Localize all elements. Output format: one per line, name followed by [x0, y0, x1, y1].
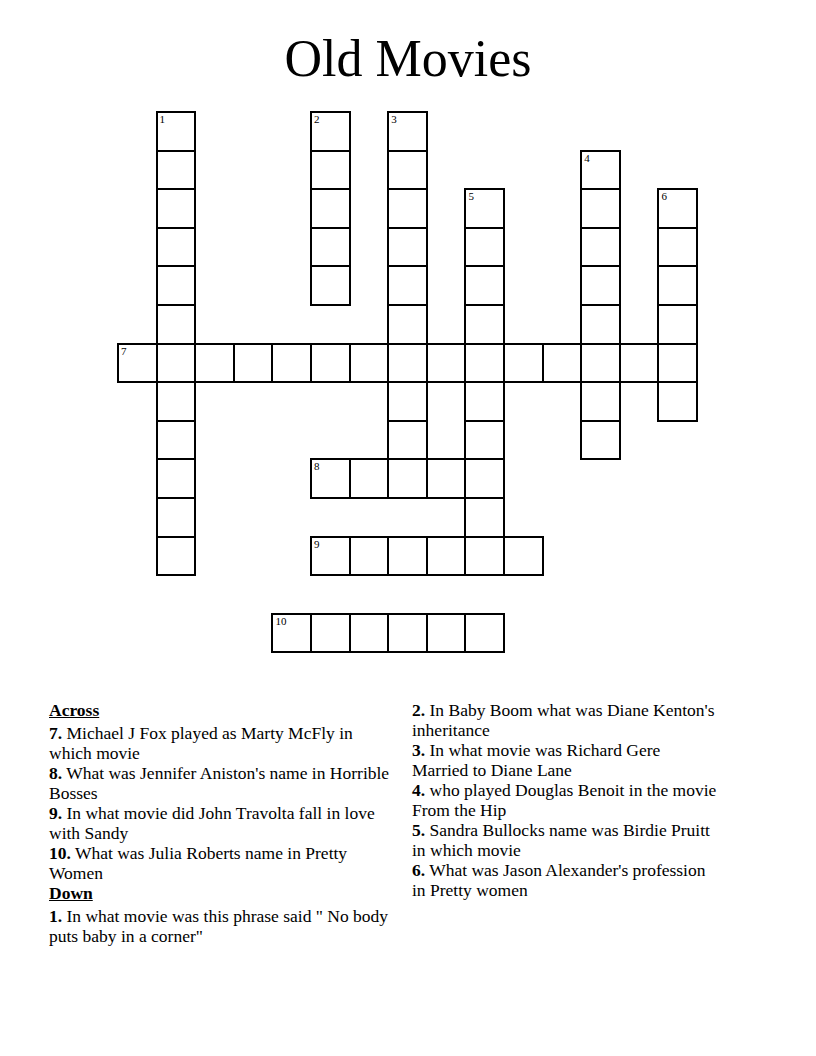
grid-cell[interactable] — [310, 188, 351, 229]
grid-cell[interactable] — [464, 613, 505, 654]
grid-cell[interactable] — [657, 381, 698, 422]
grid-cell[interactable] — [349, 343, 390, 384]
grid-cell[interactable] — [156, 265, 197, 306]
grid-cell[interactable] — [464, 265, 505, 306]
down-clue-list-first: 1. In what movie was this phrase said " … — [49, 906, 399, 946]
grid-cell[interactable] — [542, 343, 583, 384]
clues-column-right: 2. In Baby Boom what was Diane Kenton's … — [412, 700, 720, 900]
grid-cell[interactable] — [387, 613, 428, 654]
clue-text: What was Jason Alexander's profession in… — [412, 860, 705, 900]
cell-number-label: 10 — [275, 615, 286, 627]
grid-cell[interactable] — [310, 613, 351, 654]
grid-cell[interactable] — [387, 420, 428, 461]
grid-cell[interactable]: 8 — [310, 458, 351, 499]
grid-cell[interactable] — [310, 227, 351, 268]
grid-cell[interactable] — [503, 536, 544, 577]
grid-cell[interactable] — [580, 304, 621, 345]
grid-cell[interactable] — [619, 343, 660, 384]
clue-number: 2. — [412, 700, 425, 720]
grid-cell[interactable] — [349, 613, 390, 654]
cell-number-label: 7 — [121, 345, 127, 357]
grid-cell[interactable]: 10 — [271, 613, 312, 654]
grid-cell[interactable] — [503, 343, 544, 384]
grid-cell[interactable]: 9 — [310, 536, 351, 577]
grid-cell[interactable] — [580, 265, 621, 306]
clue-number: 1. — [49, 906, 62, 926]
clue-text: Sandra Bullocks name was Birdie Pruitt i… — [412, 820, 710, 860]
clue: 10. What was Julia Roberts name in Prett… — [49, 843, 399, 883]
grid-cell[interactable] — [156, 188, 197, 229]
grid-cell[interactable]: 7 — [117, 343, 158, 384]
clue: 6. What was Jason Alexander's profession… — [412, 860, 720, 900]
clue: 8. What was Jennifer Aniston's name in H… — [49, 763, 399, 803]
clue: 3. In what movie was Richard Gere Marrie… — [412, 740, 720, 780]
grid-cell[interactable] — [194, 343, 235, 384]
grid-cell[interactable] — [387, 304, 428, 345]
grid-cell[interactable] — [580, 227, 621, 268]
clue-number: 6. — [412, 860, 425, 880]
grid-cell[interactable] — [464, 458, 505, 499]
grid-cell[interactable] — [156, 343, 197, 384]
clue-text: In Baby Boom what was Diane Kenton's inh… — [412, 700, 715, 740]
grid-cell[interactable] — [156, 536, 197, 577]
clue-number: 9. — [49, 803, 62, 823]
cell-number-label: 3 — [391, 113, 397, 125]
grid-cell[interactable] — [464, 227, 505, 268]
clue-text: In what movie was this phrase said " No … — [49, 906, 388, 946]
clue: 9. In what movie did John Travolta fall … — [49, 803, 399, 843]
page-title: Old Movies — [0, 29, 816, 89]
grid-cell[interactable] — [426, 343, 467, 384]
grid-cell[interactable] — [657, 227, 698, 268]
grid-cell[interactable] — [387, 265, 428, 306]
clue: 7. Michael J Fox played as Marty McFly i… — [49, 723, 399, 763]
grid-cell[interactable] — [387, 458, 428, 499]
down-header: Down — [49, 883, 399, 903]
clue-text: Michael J Fox played as Marty McFly in w… — [49, 723, 353, 763]
grid-cell[interactable] — [580, 381, 621, 422]
grid-cell[interactable] — [464, 497, 505, 538]
grid-cell[interactable]: 3 — [387, 111, 428, 152]
grid-cell[interactable] — [387, 188, 428, 229]
grid-cell[interactable] — [233, 343, 274, 384]
grid-cell[interactable] — [310, 150, 351, 191]
clue-number: 10. — [49, 843, 71, 863]
grid-cell[interactable] — [387, 150, 428, 191]
grid-cell[interactable] — [156, 420, 197, 461]
grid-cell[interactable]: 1 — [156, 111, 197, 152]
clue-number: 3. — [412, 740, 425, 760]
grid-cell[interactable] — [349, 458, 390, 499]
grid-cell[interactable] — [156, 150, 197, 191]
grid-cell[interactable]: 6 — [657, 188, 698, 229]
grid-cell[interactable] — [156, 497, 197, 538]
across-clue-list: 7. Michael J Fox played as Marty McFly i… — [49, 723, 399, 883]
grid-cell[interactable] — [426, 536, 467, 577]
grid-cell[interactable] — [657, 265, 698, 306]
grid-cell[interactable] — [426, 458, 467, 499]
clue: 1. In what movie was this phrase said " … — [49, 906, 399, 946]
grid-cell[interactable] — [464, 536, 505, 577]
grid-cell[interactable] — [387, 227, 428, 268]
grid-cell[interactable] — [387, 343, 428, 384]
down-clue-list-rest: 2. In Baby Boom what was Diane Kenton's … — [412, 700, 720, 900]
clue-number: 4. — [412, 780, 425, 800]
clues-column-left: Across 7. Michael J Fox played as Marty … — [49, 700, 399, 946]
cell-number-label: 4 — [584, 152, 590, 164]
grid-cell[interactable] — [156, 381, 197, 422]
grid-cell[interactable] — [657, 304, 698, 345]
grid-cell[interactable] — [271, 343, 312, 384]
clue: 4. who played Douglas Benoit in the movi… — [412, 780, 720, 820]
grid-cell[interactable] — [580, 343, 621, 384]
grid-cell[interactable] — [156, 304, 197, 345]
clue-number: 8. — [49, 763, 62, 783]
clue: 2. In Baby Boom what was Diane Kenton's … — [412, 700, 720, 740]
clue-number: 7. — [49, 723, 62, 743]
grid-cell[interactable]: 4 — [580, 150, 621, 191]
grid-cell[interactable] — [387, 381, 428, 422]
crossword-grid: 12345678910 — [117, 111, 698, 654]
grid-cell[interactable] — [464, 381, 505, 422]
cell-number-label: 8 — [314, 460, 320, 472]
grid-cell[interactable] — [657, 343, 698, 384]
clue-text: In what movie did John Travolta fall in … — [49, 803, 375, 843]
grid-cell[interactable] — [156, 227, 197, 268]
grid-cell[interactable]: 5 — [464, 188, 505, 229]
grid-cell[interactable] — [580, 420, 621, 461]
grid-cell[interactable] — [387, 536, 428, 577]
clue-text: What was Jennifer Aniston's name in Horr… — [49, 763, 389, 803]
cell-number-label: 6 — [661, 190, 667, 202]
grid-cell[interactable] — [349, 536, 390, 577]
grid-cell[interactable] — [580, 188, 621, 229]
clue: 5. Sandra Bullocks name was Birdie Pruit… — [412, 820, 720, 860]
cell-number-label: 2 — [314, 113, 320, 125]
cell-number-label: 1 — [160, 113, 166, 125]
across-header: Across — [49, 700, 399, 720]
grid-cell[interactable] — [310, 265, 351, 306]
grid-cell[interactable] — [464, 343, 505, 384]
clue-text: What was Julia Roberts name in Pretty Wo… — [49, 843, 347, 883]
clue-text: In what movie was Richard Gere Married t… — [412, 740, 660, 780]
grid-cell[interactable] — [156, 458, 197, 499]
clue-text: who played Douglas Benoit in the movie F… — [412, 780, 716, 820]
grid-cell[interactable] — [464, 304, 505, 345]
grid-cell[interactable]: 2 — [310, 111, 351, 152]
grid-cell[interactable] — [464, 420, 505, 461]
clue-number: 5. — [412, 820, 425, 840]
grid-cell[interactable] — [310, 343, 351, 384]
grid-cell[interactable] — [426, 613, 467, 654]
cell-number-label: 5 — [468, 190, 474, 202]
cell-number-label: 9 — [314, 538, 320, 550]
